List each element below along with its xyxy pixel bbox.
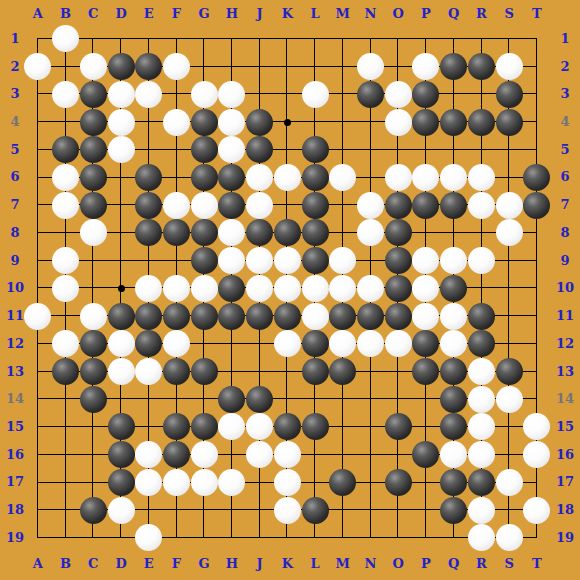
intersection-F12[interactable]	[163, 330, 191, 358]
intersection-E3[interactable]	[135, 80, 163, 108]
intersection-T8[interactable]	[523, 219, 551, 247]
intersection-E9[interactable]	[135, 247, 163, 275]
intersection-L2[interactable]	[301, 53, 329, 81]
intersection-H9[interactable]	[218, 247, 246, 275]
intersection-J8[interactable]	[246, 219, 274, 247]
intersection-N12[interactable]	[357, 330, 385, 358]
intersection-E16[interactable]	[135, 441, 163, 469]
intersection-C9[interactable]	[79, 247, 107, 275]
intersection-R7[interactable]	[468, 191, 496, 219]
intersection-H3[interactable]	[218, 80, 246, 108]
intersection-Q15[interactable]	[440, 413, 468, 441]
intersection-L13[interactable]	[301, 358, 329, 386]
intersection-O17[interactable]	[384, 469, 412, 497]
intersection-K16[interactable]	[273, 441, 301, 469]
intersection-M16[interactable]	[329, 441, 357, 469]
intersection-S12[interactable]	[495, 330, 523, 358]
intersection-N17[interactable]	[357, 469, 385, 497]
intersection-J17[interactable]	[246, 469, 274, 497]
intersection-T12[interactable]	[523, 330, 551, 358]
intersection-D11[interactable]	[107, 302, 135, 330]
intersection-L4[interactable]	[301, 108, 329, 136]
intersection-P4[interactable]	[412, 108, 440, 136]
intersection-K13[interactable]	[273, 358, 301, 386]
intersection-K5[interactable]	[273, 136, 301, 164]
intersection-C4[interactable]	[79, 108, 107, 136]
intersection-N11[interactable]	[357, 302, 385, 330]
intersection-M10[interactable]	[329, 274, 357, 302]
intersection-R18[interactable]	[468, 496, 496, 524]
intersection-C6[interactable]	[79, 164, 107, 192]
intersection-F4[interactable]	[163, 108, 191, 136]
intersection-B11[interactable]	[52, 302, 80, 330]
intersection-M2[interactable]	[329, 53, 357, 81]
intersection-L11[interactable]	[301, 302, 329, 330]
intersection-O7[interactable]	[384, 191, 412, 219]
intersection-S4[interactable]	[495, 108, 523, 136]
intersection-Q8[interactable]	[440, 219, 468, 247]
intersection-J4[interactable]	[246, 108, 274, 136]
intersection-L7[interactable]	[301, 191, 329, 219]
intersection-J3[interactable]	[246, 80, 274, 108]
intersection-D8[interactable]	[107, 219, 135, 247]
intersection-C5[interactable]	[79, 136, 107, 164]
intersection-P12[interactable]	[412, 330, 440, 358]
intersection-S10[interactable]	[495, 274, 523, 302]
intersection-O12[interactable]	[384, 330, 412, 358]
intersection-Q16[interactable]	[440, 441, 468, 469]
intersection-D6[interactable]	[107, 164, 135, 192]
intersection-P18[interactable]	[412, 496, 440, 524]
intersection-M3[interactable]	[329, 80, 357, 108]
intersection-H11[interactable]	[218, 302, 246, 330]
intersection-K4[interactable]	[273, 108, 301, 136]
intersection-R1[interactable]	[468, 25, 496, 53]
intersection-O10[interactable]	[384, 274, 412, 302]
intersection-O18[interactable]	[384, 496, 412, 524]
intersection-J7[interactable]	[246, 191, 274, 219]
intersection-S2[interactable]	[495, 53, 523, 81]
intersection-P19[interactable]	[412, 524, 440, 552]
intersection-Q10[interactable]	[440, 274, 468, 302]
intersection-Q4[interactable]	[440, 108, 468, 136]
intersection-S6[interactable]	[495, 164, 523, 192]
intersection-E8[interactable]	[135, 219, 163, 247]
intersection-F19[interactable]	[163, 524, 191, 552]
intersection-D4[interactable]	[107, 108, 135, 136]
intersection-P5[interactable]	[412, 136, 440, 164]
intersection-T15[interactable]	[523, 413, 551, 441]
intersection-R5[interactable]	[468, 136, 496, 164]
intersection-Q7[interactable]	[440, 191, 468, 219]
intersection-G1[interactable]	[190, 25, 218, 53]
intersection-L6[interactable]	[301, 164, 329, 192]
intersection-K17[interactable]	[273, 469, 301, 497]
intersection-E5[interactable]	[135, 136, 163, 164]
intersection-T18[interactable]	[523, 496, 551, 524]
intersection-Q6[interactable]	[440, 164, 468, 192]
intersection-P7[interactable]	[412, 191, 440, 219]
intersection-C19[interactable]	[79, 524, 107, 552]
intersection-D19[interactable]	[107, 524, 135, 552]
intersection-J9[interactable]	[246, 247, 274, 275]
intersection-H15[interactable]	[218, 413, 246, 441]
intersection-Q5[interactable]	[440, 136, 468, 164]
intersection-Q12[interactable]	[440, 330, 468, 358]
intersection-H7[interactable]	[218, 191, 246, 219]
intersection-S15[interactable]	[495, 413, 523, 441]
intersection-E1[interactable]	[135, 25, 163, 53]
intersection-J14[interactable]	[246, 385, 274, 413]
intersection-H4[interactable]	[218, 108, 246, 136]
intersection-O19[interactable]	[384, 524, 412, 552]
intersection-K11[interactable]	[273, 302, 301, 330]
intersection-N18[interactable]	[357, 496, 385, 524]
intersection-D2[interactable]	[107, 53, 135, 81]
intersection-D12[interactable]	[107, 330, 135, 358]
intersection-M7[interactable]	[329, 191, 357, 219]
intersection-J11[interactable]	[246, 302, 274, 330]
intersection-T6[interactable]	[523, 164, 551, 192]
intersection-H6[interactable]	[218, 164, 246, 192]
intersection-N19[interactable]	[357, 524, 385, 552]
intersection-S14[interactable]	[495, 385, 523, 413]
intersection-D5[interactable]	[107, 136, 135, 164]
intersection-K3[interactable]	[273, 80, 301, 108]
intersection-C7[interactable]	[79, 191, 107, 219]
intersection-B18[interactable]	[52, 496, 80, 524]
intersection-K12[interactable]	[273, 330, 301, 358]
intersection-C17[interactable]	[79, 469, 107, 497]
intersection-F1[interactable]	[163, 25, 191, 53]
intersection-E11[interactable]	[135, 302, 163, 330]
intersection-M15[interactable]	[329, 413, 357, 441]
intersection-O15[interactable]	[384, 413, 412, 441]
intersection-L16[interactable]	[301, 441, 329, 469]
intersection-K7[interactable]	[273, 191, 301, 219]
intersection-R11[interactable]	[468, 302, 496, 330]
intersection-R6[interactable]	[468, 164, 496, 192]
intersection-P10[interactable]	[412, 274, 440, 302]
intersection-T10[interactable]	[523, 274, 551, 302]
intersection-R3[interactable]	[468, 80, 496, 108]
intersection-D17[interactable]	[107, 469, 135, 497]
intersection-K10[interactable]	[273, 274, 301, 302]
intersection-G11[interactable]	[190, 302, 218, 330]
intersection-O1[interactable]	[384, 25, 412, 53]
intersection-J5[interactable]	[246, 136, 274, 164]
intersection-N10[interactable]	[357, 274, 385, 302]
intersection-A2[interactable]	[24, 53, 52, 81]
intersection-H13[interactable]	[218, 358, 246, 386]
intersection-S9[interactable]	[495, 247, 523, 275]
intersection-B7[interactable]	[52, 191, 80, 219]
intersection-N1[interactable]	[357, 25, 385, 53]
intersection-N6[interactable]	[357, 164, 385, 192]
intersection-M19[interactable]	[329, 524, 357, 552]
intersection-T4[interactable]	[523, 108, 551, 136]
intersection-Q13[interactable]	[440, 358, 468, 386]
intersection-J13[interactable]	[246, 358, 274, 386]
intersection-Q18[interactable]	[440, 496, 468, 524]
intersection-R16[interactable]	[468, 441, 496, 469]
intersection-T17[interactable]	[523, 469, 551, 497]
intersection-S18[interactable]	[495, 496, 523, 524]
intersection-O11[interactable]	[384, 302, 412, 330]
intersection-L1[interactable]	[301, 25, 329, 53]
intersection-G15[interactable]	[190, 413, 218, 441]
intersection-B3[interactable]	[52, 80, 80, 108]
intersection-M14[interactable]	[329, 385, 357, 413]
intersection-S7[interactable]	[495, 191, 523, 219]
intersection-S19[interactable]	[495, 524, 523, 552]
intersection-T16[interactable]	[523, 441, 551, 469]
intersection-N16[interactable]	[357, 441, 385, 469]
intersection-G16[interactable]	[190, 441, 218, 469]
intersection-E18[interactable]	[135, 496, 163, 524]
intersection-F13[interactable]	[163, 358, 191, 386]
intersection-T13[interactable]	[523, 358, 551, 386]
intersection-C16[interactable]	[79, 441, 107, 469]
intersection-S11[interactable]	[495, 302, 523, 330]
intersection-F10[interactable]	[163, 274, 191, 302]
intersection-C13[interactable]	[79, 358, 107, 386]
intersection-K18[interactable]	[273, 496, 301, 524]
intersection-E6[interactable]	[135, 164, 163, 192]
intersection-E2[interactable]	[135, 53, 163, 81]
intersection-Q2[interactable]	[440, 53, 468, 81]
intersection-D10[interactable]	[107, 274, 135, 302]
intersection-D18[interactable]	[107, 496, 135, 524]
intersection-F2[interactable]	[163, 53, 191, 81]
intersection-O5[interactable]	[384, 136, 412, 164]
intersection-L10[interactable]	[301, 274, 329, 302]
intersection-N14[interactable]	[357, 385, 385, 413]
intersection-M11[interactable]	[329, 302, 357, 330]
intersection-M5[interactable]	[329, 136, 357, 164]
intersection-P3[interactable]	[412, 80, 440, 108]
intersection-S16[interactable]	[495, 441, 523, 469]
intersection-J12[interactable]	[246, 330, 274, 358]
intersection-L5[interactable]	[301, 136, 329, 164]
intersection-C3[interactable]	[79, 80, 107, 108]
intersection-O13[interactable]	[384, 358, 412, 386]
intersection-B8[interactable]	[52, 219, 80, 247]
intersection-B9[interactable]	[52, 247, 80, 275]
intersection-M4[interactable]	[329, 108, 357, 136]
intersection-R4[interactable]	[468, 108, 496, 136]
intersection-T2[interactable]	[523, 53, 551, 81]
intersection-H2[interactable]	[218, 53, 246, 81]
intersection-B15[interactable]	[52, 413, 80, 441]
intersection-E17[interactable]	[135, 469, 163, 497]
intersection-K1[interactable]	[273, 25, 301, 53]
intersection-K2[interactable]	[273, 53, 301, 81]
intersection-G12[interactable]	[190, 330, 218, 358]
intersection-N5[interactable]	[357, 136, 385, 164]
intersection-G17[interactable]	[190, 469, 218, 497]
intersection-T19[interactable]	[523, 524, 551, 552]
intersection-B17[interactable]	[52, 469, 80, 497]
intersection-T11[interactable]	[523, 302, 551, 330]
intersection-N7[interactable]	[357, 191, 385, 219]
intersection-T3[interactable]	[523, 80, 551, 108]
intersection-F8[interactable]	[163, 219, 191, 247]
intersection-J6[interactable]	[246, 164, 274, 192]
intersection-B6[interactable]	[52, 164, 80, 192]
intersection-G13[interactable]	[190, 358, 218, 386]
intersection-E10[interactable]	[135, 274, 163, 302]
intersection-S3[interactable]	[495, 80, 523, 108]
intersection-J15[interactable]	[246, 413, 274, 441]
intersection-G9[interactable]	[190, 247, 218, 275]
intersection-C14[interactable]	[79, 385, 107, 413]
intersection-J10[interactable]	[246, 274, 274, 302]
intersection-K14[interactable]	[273, 385, 301, 413]
intersection-M12[interactable]	[329, 330, 357, 358]
intersection-Q17[interactable]	[440, 469, 468, 497]
intersection-M17[interactable]	[329, 469, 357, 497]
intersection-S1[interactable]	[495, 25, 523, 53]
intersection-P2[interactable]	[412, 53, 440, 81]
intersection-O4[interactable]	[384, 108, 412, 136]
intersection-E14[interactable]	[135, 385, 163, 413]
intersection-K6[interactable]	[273, 164, 301, 192]
intersection-P8[interactable]	[412, 219, 440, 247]
intersection-G7[interactable]	[190, 191, 218, 219]
intersection-J2[interactable]	[246, 53, 274, 81]
intersection-P1[interactable]	[412, 25, 440, 53]
intersection-M13[interactable]	[329, 358, 357, 386]
intersection-P16[interactable]	[412, 441, 440, 469]
intersection-B13[interactable]	[52, 358, 80, 386]
intersection-Q19[interactable]	[440, 524, 468, 552]
intersection-J1[interactable]	[246, 25, 274, 53]
intersection-H8[interactable]	[218, 219, 246, 247]
intersection-H14[interactable]	[218, 385, 246, 413]
intersection-S8[interactable]	[495, 219, 523, 247]
intersection-O9[interactable]	[384, 247, 412, 275]
intersection-S17[interactable]	[495, 469, 523, 497]
intersection-L14[interactable]	[301, 385, 329, 413]
intersection-P6[interactable]	[412, 164, 440, 192]
intersection-K19[interactable]	[273, 524, 301, 552]
intersection-G10[interactable]	[190, 274, 218, 302]
intersection-Q1[interactable]	[440, 25, 468, 53]
intersection-D3[interactable]	[107, 80, 135, 108]
intersection-O14[interactable]	[384, 385, 412, 413]
intersection-N8[interactable]	[357, 219, 385, 247]
intersection-G6[interactable]	[190, 164, 218, 192]
intersection-F15[interactable]	[163, 413, 191, 441]
intersection-P15[interactable]	[412, 413, 440, 441]
intersection-F5[interactable]	[163, 136, 191, 164]
intersection-F7[interactable]	[163, 191, 191, 219]
intersection-K15[interactable]	[273, 413, 301, 441]
intersection-P13[interactable]	[412, 358, 440, 386]
intersection-F18[interactable]	[163, 496, 191, 524]
intersection-R14[interactable]	[468, 385, 496, 413]
intersection-J19[interactable]	[246, 524, 274, 552]
intersection-H19[interactable]	[218, 524, 246, 552]
intersection-O2[interactable]	[384, 53, 412, 81]
intersection-N9[interactable]	[357, 247, 385, 275]
intersection-R15[interactable]	[468, 413, 496, 441]
intersection-P14[interactable]	[412, 385, 440, 413]
intersection-J18[interactable]	[246, 496, 274, 524]
intersection-C11[interactable]	[79, 302, 107, 330]
intersection-J16[interactable]	[246, 441, 274, 469]
intersection-K8[interactable]	[273, 219, 301, 247]
intersection-C1[interactable]	[79, 25, 107, 53]
intersection-R12[interactable]	[468, 330, 496, 358]
intersection-B4[interactable]	[52, 108, 80, 136]
intersection-C8[interactable]	[79, 219, 107, 247]
intersection-E19[interactable]	[135, 524, 163, 552]
intersection-C12[interactable]	[79, 330, 107, 358]
intersection-G2[interactable]	[190, 53, 218, 81]
intersection-O6[interactable]	[384, 164, 412, 192]
intersection-O3[interactable]	[384, 80, 412, 108]
intersection-D13[interactable]	[107, 358, 135, 386]
intersection-H16[interactable]	[218, 441, 246, 469]
intersection-H12[interactable]	[218, 330, 246, 358]
intersection-T1[interactable]	[523, 25, 551, 53]
intersection-B1[interactable]	[52, 25, 80, 53]
intersection-G8[interactable]	[190, 219, 218, 247]
intersection-D15[interactable]	[107, 413, 135, 441]
intersection-P11[interactable]	[412, 302, 440, 330]
intersection-L17[interactable]	[301, 469, 329, 497]
intersection-F3[interactable]	[163, 80, 191, 108]
intersection-M18[interactable]	[329, 496, 357, 524]
intersection-F9[interactable]	[163, 247, 191, 275]
intersection-N2[interactable]	[357, 53, 385, 81]
intersection-N4[interactable]	[357, 108, 385, 136]
intersection-T9[interactable]	[523, 247, 551, 275]
intersection-D9[interactable]	[107, 247, 135, 275]
intersection-Q9[interactable]	[440, 247, 468, 275]
intersection-R19[interactable]	[468, 524, 496, 552]
intersection-D14[interactable]	[107, 385, 135, 413]
intersection-B19[interactable]	[52, 524, 80, 552]
intersection-E12[interactable]	[135, 330, 163, 358]
intersection-B14[interactable]	[52, 385, 80, 413]
intersection-L3[interactable]	[301, 80, 329, 108]
intersection-H10[interactable]	[218, 274, 246, 302]
intersection-S5[interactable]	[495, 136, 523, 164]
intersection-B12[interactable]	[52, 330, 80, 358]
intersection-R2[interactable]	[468, 53, 496, 81]
intersection-R8[interactable]	[468, 219, 496, 247]
intersection-G4[interactable]	[190, 108, 218, 136]
intersection-E4[interactable]	[135, 108, 163, 136]
intersection-G18[interactable]	[190, 496, 218, 524]
intersection-D16[interactable]	[107, 441, 135, 469]
intersection-G14[interactable]	[190, 385, 218, 413]
intersection-C15[interactable]	[79, 413, 107, 441]
intersection-Q11[interactable]	[440, 302, 468, 330]
intersection-E7[interactable]	[135, 191, 163, 219]
intersection-D7[interactable]	[107, 191, 135, 219]
intersection-L9[interactable]	[301, 247, 329, 275]
intersection-N15[interactable]	[357, 413, 385, 441]
intersection-B2[interactable]	[52, 53, 80, 81]
intersection-S13[interactable]	[495, 358, 523, 386]
intersection-B16[interactable]	[52, 441, 80, 469]
intersection-C10[interactable]	[79, 274, 107, 302]
intersection-P9[interactable]	[412, 247, 440, 275]
